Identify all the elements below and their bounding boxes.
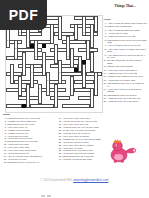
- clue-number: 60: [38, 88, 40, 90]
- clue-number: 57: [38, 84, 40, 86]
- clue-number: 51: [18, 76, 20, 78]
- word-slot-across: [62, 104, 90, 108]
- clue-item-number: 10.: [103, 59, 106, 64]
- word-slot-across: [6, 88, 26, 92]
- clue-number: 27: [54, 44, 56, 46]
- clue-item: 6.Something that people wear to keep the…: [103, 39, 147, 44]
- clue-item-text: Something that people wear to keep their…: [107, 39, 147, 44]
- copyright-text: © 2013 Lanternfish ESL: [41, 178, 73, 182]
- clue-item-text: A thing that people use to find their wa…: [107, 97, 147, 99]
- word-slot-across: [6, 104, 22, 108]
- clue-item-number: 8.: [103, 48, 106, 53]
- clue-item-number: 6.: [103, 39, 106, 44]
- clue-item: 1.A part of a plant that gathers water f…: [103, 22, 147, 24]
- clue-number: 39: [58, 60, 60, 62]
- pink-dragon-mascot-icon: [110, 136, 138, 164]
- clue-item: 31.A thing that flies and has large wing…: [58, 158, 104, 160]
- clue-item-text: Something that people put on bread: [107, 94, 147, 96]
- clue-number: 56: [26, 84, 28, 86]
- word-slot-across: [30, 104, 54, 108]
- clue-number: 62: [90, 88, 92, 90]
- clue-number: 6: [74, 16, 75, 18]
- word-slot-down: [70, 48, 74, 68]
- clue-number: 59: [6, 88, 8, 90]
- down-clue-list-middle: 17.A place where people wash clothes18.A…: [58, 117, 104, 161]
- clue-item: 11.Someone who teaches students: [103, 65, 147, 67]
- clue-number: 42: [30, 64, 32, 66]
- clue-number: 29: [50, 48, 52, 50]
- word-slot-down: [74, 24, 78, 40]
- word-slot-down: [82, 64, 86, 88]
- clue-number: 15: [90, 24, 92, 26]
- clue-number: 66: [6, 104, 8, 106]
- clue-number: 68: [62, 104, 64, 106]
- across-clue-list: 1.A part of a plant that gathers water f…: [103, 22, 147, 103]
- clue-number: 34: [90, 52, 92, 54]
- black-cell: [74, 68, 78, 72]
- clue-item-number: 3.: [103, 29, 106, 31]
- word-slot-down: [26, 84, 30, 108]
- website-link[interactable]: www.bogglesworldesl.com: [73, 178, 108, 182]
- word-slot-down: [90, 88, 94, 108]
- clue-number: 38: [78, 56, 80, 58]
- word-slot-down: [46, 72, 50, 96]
- clue-number: 18: [54, 32, 56, 34]
- pdf-badge-label: PDF: [9, 7, 39, 23]
- clue-number: 43: [50, 64, 52, 66]
- clue-item-number: 1.: [103, 22, 106, 24]
- clue-item-text: A place where people sleep when they go …: [107, 88, 147, 93]
- clue-number: 50: [94, 72, 96, 74]
- clue-number: 28: [14, 48, 16, 50]
- black-cell: [22, 104, 26, 108]
- clue-number: 12: [50, 24, 52, 26]
- clue-item: 7.A piece of furniture that people sleep…: [103, 44, 147, 46]
- clue-number: 5: [58, 16, 59, 18]
- clue-item: 4.A colorful part of a plant: [103, 32, 147, 34]
- clue-number: 54: [46, 80, 48, 82]
- word-slot-down: [30, 64, 34, 88]
- clue-item-number: 7.: [103, 44, 106, 46]
- clue-number: 55: [74, 80, 76, 82]
- word-slot-down: [10, 64, 14, 84]
- clue-number: 33: [42, 52, 44, 54]
- clue-item-text: Something that people wear on their feet: [7, 161, 55, 163]
- clue-item: 5.A thing that people use to tell time: [103, 35, 147, 37]
- clue-number: 65: [78, 96, 80, 98]
- clue-item-text: A part of a plant that gathers water fro…: [107, 22, 147, 24]
- footer: © 2013 Lanternfish ESL www.bogglesworlde…: [0, 178, 149, 182]
- clue-number: 36: [34, 56, 36, 58]
- clue-number: 31: [78, 48, 80, 50]
- clue-item-number: 31.: [58, 158, 61, 160]
- clue-item-number: 18.: [103, 94, 106, 96]
- down-header: Down: [3, 113, 55, 116]
- clue-number: 52: [70, 76, 72, 78]
- clue-number: 19: [82, 32, 84, 34]
- clue-number: 64: [50, 96, 52, 98]
- clue-item: 17.A place where people sleep when they …: [103, 88, 147, 93]
- clue-number: 14: [74, 24, 76, 26]
- clue-item: 15.A person who rides in space ships: [103, 79, 147, 81]
- clue-number: 21: [6, 40, 8, 42]
- clue-item-number: 17.: [103, 88, 106, 93]
- clue-number: 7: [82, 16, 83, 18]
- clue-item-text: A thing that flies and has large wings: [62, 158, 104, 160]
- clue-number: 47: [46, 72, 48, 74]
- clue-number: 23: [30, 40, 32, 42]
- clue-number: 63: [18, 96, 20, 98]
- word-slot-down: [18, 76, 22, 96]
- clue-item-text: A thing that people use to catch fish: [107, 72, 147, 74]
- clue-item-number: 5.: [103, 35, 106, 37]
- clue-item-text: A thing that people use to tell time: [107, 35, 147, 37]
- clue-item-text: A day when people give chocolates and sa…: [107, 54, 147, 59]
- word-slot-down: [54, 84, 58, 108]
- clue-number: 46: [30, 72, 32, 74]
- clue-number: 35: [6, 56, 8, 58]
- clue-column-down-middle: 17.A place where people wash clothes18.A…: [58, 117, 104, 161]
- clue-number: 41: [18, 64, 20, 66]
- clue-item-text: A thing that people use to take photos: [107, 100, 147, 102]
- pdf-badge[interactable]: PDF: [0, 0, 47, 30]
- clue-number: 53: [14, 80, 16, 82]
- clue-item-text: An animal with a long neck that eats lea…: [107, 75, 147, 77]
- clue-number: 25: [62, 40, 64, 42]
- word-slot-down: [70, 76, 74, 96]
- clue-number: 61: [74, 88, 76, 90]
- clue-item: 16.Something that people use to dry them…: [103, 82, 147, 87]
- clue-item-text: A colorful part of a plant: [107, 32, 147, 34]
- clue-item-number: 2.: [103, 25, 106, 27]
- word-slot-across: [38, 88, 66, 92]
- clue-number: 67: [30, 104, 32, 106]
- next-page-mark: [41, 195, 45, 197]
- clue-item-number: 16.: [103, 82, 106, 87]
- clue-number: 58: [54, 84, 56, 86]
- down-clue-list-left: 1.Something that people use to clean flo…: [3, 117, 55, 164]
- clue-item: 16.Something that people wear on their f…: [3, 161, 55, 163]
- word-slot-across: [50, 96, 70, 100]
- clue-number: 26: [86, 40, 88, 42]
- worksheet-title: Things That...: [104, 4, 146, 8]
- clue-number: 48: [58, 72, 60, 74]
- word-slot-down: [6, 28, 10, 48]
- clue-number: 37: [66, 56, 68, 58]
- clue-item-number: 16.: [3, 161, 6, 163]
- across-header: Across: [103, 18, 147, 21]
- clue-item: 14.An animal with a long neck that eats …: [103, 75, 147, 77]
- word-slot-down: [58, 16, 62, 40]
- clue-item-text: Something that people use to dry themsel…: [107, 82, 147, 87]
- clue-item: 10.The time when people eat turkey and g…: [103, 59, 147, 64]
- clue-number: 17: [18, 32, 20, 34]
- clue-item: 20.A thing that people use to take photo…: [103, 100, 147, 102]
- clue-item-number: 12.: [103, 69, 106, 71]
- clue-number: 24: [34, 40, 36, 42]
- clue-column-across: Across 1.A part of a plant that gathers …: [103, 18, 147, 104]
- word-slot-down: [90, 24, 94, 48]
- clue-item: 2.Someone who cuts men's hair: [103, 25, 147, 27]
- word-slot-down: [90, 52, 94, 72]
- word-slot-down: [94, 16, 98, 32]
- clue-number: 40: [10, 64, 12, 66]
- black-cell: [30, 44, 34, 48]
- black-cell: [42, 44, 46, 48]
- clue-item: 3.A part of a plant that makes new plant…: [103, 29, 147, 31]
- clue-number: 32: [22, 52, 24, 54]
- word-slot-down: [50, 24, 54, 44]
- word-slot-down: [22, 52, 26, 76]
- clue-number: 20: [66, 36, 68, 38]
- clue-item-text: Someone who teaches students: [107, 65, 147, 67]
- clue-item: 18.Something that people put on bread: [103, 94, 147, 96]
- clue-number: 44: [82, 64, 84, 66]
- clue-item-number: 9.: [103, 54, 106, 59]
- clue-item-number: 13.: [103, 72, 106, 74]
- clue-item: 19.A thing that people use to find their…: [103, 97, 147, 99]
- clue-item-text: The time when people eat turkey and give…: [107, 59, 147, 64]
- clue-item-number: 20.: [103, 100, 106, 102]
- clue-item-text: A part of a plant that makes new plants: [107, 29, 147, 31]
- clue-item-text: A place where people keep money and coin…: [107, 48, 147, 53]
- clue-number: 30: [70, 48, 72, 50]
- clue-item: 9.A day when people give chocolates and …: [103, 54, 147, 59]
- clue-item-text: Someone who cuts men's hair: [107, 25, 147, 27]
- next-page-mark: [47, 195, 51, 197]
- clue-number: 13: [70, 24, 72, 26]
- clue-item-number: 15.: [103, 79, 106, 81]
- pdf-preview-page: PDF Things That... 123456789101112131415…: [0, 0, 149, 198]
- word-slot-across: [54, 32, 74, 36]
- clue-item-number: 14.: [103, 75, 106, 77]
- clue-item-text: A place where people watch movies: [107, 69, 147, 71]
- clue-item: 12.A place where people watch movies: [103, 69, 147, 71]
- clue-number: 22: [14, 40, 16, 42]
- clue-item: 13.A thing that people use to catch fish: [103, 72, 147, 74]
- clue-column-down-left: Down 1.Something that people use to clea…: [3, 113, 55, 164]
- clue-number: 45: [6, 72, 8, 74]
- clue-number: 8: [94, 16, 95, 18]
- clue-item-number: 4.: [103, 32, 106, 34]
- clue-item-number: 19.: [103, 97, 106, 99]
- clue-number: 49: [86, 72, 88, 74]
- clue-item-text: A piece of furniture that people sleep o…: [107, 44, 147, 46]
- word-slot-down: [94, 72, 98, 96]
- clue-item-text: A person who rides in space ships: [107, 79, 147, 81]
- clue-item: 8.A place where people keep money and co…: [103, 48, 147, 53]
- clue-item-number: 11.: [103, 65, 106, 67]
